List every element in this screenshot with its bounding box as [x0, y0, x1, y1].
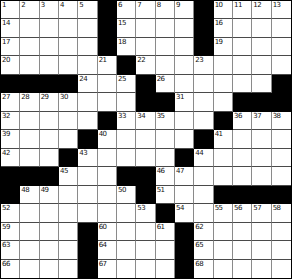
cell-r13c7[interactable] [117, 223, 136, 241]
cell-r5c10[interactable] [175, 75, 194, 93]
cell-r4c11[interactable]: 23 [194, 56, 213, 74]
cell-r9c13[interactable] [233, 149, 252, 167]
cell-r14c9[interactable] [156, 241, 175, 259]
crossword-board: 1234567891011121314151617181920212223242… [0, 0, 292, 279]
clue-number-49: 49 [41, 186, 49, 194]
black-square-r11c14 [252, 186, 271, 204]
cell-r4c3[interactable] [40, 56, 59, 74]
cell-r1c4[interactable]: 4 [59, 1, 78, 19]
cell-r8c6[interactable]: 40 [98, 130, 117, 148]
clue-number-19: 19 [215, 38, 223, 46]
cell-r10c10[interactable]: 47 [175, 167, 194, 185]
cell-r7c11[interactable] [194, 112, 213, 130]
cell-r8c14[interactable] [252, 130, 271, 148]
clue-number-47: 47 [176, 167, 184, 175]
cell-r13c11[interactable]: 62 [194, 223, 213, 241]
black-square-r8c11 [194, 130, 213, 148]
cell-r9c14[interactable] [252, 149, 271, 167]
cell-r12c5[interactable] [78, 204, 97, 222]
cell-r15c15[interactable] [272, 260, 291, 278]
cell-r7c9[interactable]: 35 [156, 112, 175, 130]
black-square-r8c5 [78, 130, 97, 148]
clue-number-4: 4 [60, 1, 64, 9]
cell-r5c7[interactable]: 25 [117, 75, 136, 93]
black-square-r11c12 [214, 186, 233, 204]
cell-r3c7[interactable]: 18 [117, 38, 136, 56]
cell-r3c4[interactable] [59, 38, 78, 56]
black-square-r1c11 [194, 1, 213, 19]
clue-number-11: 11 [234, 1, 242, 9]
cell-r11c9[interactable]: 51 [156, 186, 175, 204]
cell-r2c7[interactable]: 15 [117, 19, 136, 37]
cell-r3c14[interactable] [252, 38, 271, 56]
cell-r11c2[interactable]: 48 [20, 186, 39, 204]
cell-r3c13[interactable] [233, 38, 252, 56]
clue-number-31: 31 [176, 93, 184, 101]
cell-r2c1[interactable]: 14 [1, 19, 20, 37]
cell-r4c1[interactable]: 20 [1, 56, 20, 74]
clue-number-60: 60 [99, 223, 107, 231]
cell-r3c12[interactable]: 19 [214, 38, 233, 56]
cell-r10c11[interactable] [194, 167, 213, 185]
cell-r7c7[interactable]: 33 [117, 112, 136, 130]
cell-r1c15[interactable]: 13 [272, 1, 291, 19]
cell-r1c8[interactable]: 7 [136, 1, 155, 19]
cell-r8c8[interactable] [136, 130, 155, 148]
clue-number-13: 13 [273, 1, 281, 9]
cell-r3c3[interactable] [40, 38, 59, 56]
cell-r7c3[interactable] [40, 112, 59, 130]
cell-r10c6[interactable] [98, 167, 117, 185]
cell-r15c3[interactable] [40, 260, 59, 278]
black-square-r5c3 [40, 75, 59, 93]
cell-r6c5[interactable] [78, 93, 97, 111]
cell-r13c2[interactable] [20, 223, 39, 241]
cell-r4c4[interactable] [59, 56, 78, 74]
cell-r1c10[interactable]: 9 [175, 1, 194, 19]
cell-r6c10[interactable]: 31 [175, 93, 194, 111]
cell-r4c15[interactable] [272, 56, 291, 74]
cell-r2c15[interactable] [272, 19, 291, 37]
cell-r7c2[interactable] [20, 112, 39, 130]
cell-r10c12[interactable] [214, 167, 233, 185]
cell-r1c14[interactable]: 12 [252, 1, 271, 19]
black-square-r10c7 [117, 167, 136, 185]
clue-number-23: 23 [195, 56, 203, 64]
cell-r5c13[interactable] [233, 75, 252, 93]
cell-r6c7[interactable] [117, 93, 136, 111]
clue-number-48: 48 [21, 186, 29, 194]
cell-r8c10[interactable] [175, 130, 194, 148]
black-square-r9c10 [175, 149, 194, 167]
cell-r9c2[interactable] [20, 149, 39, 167]
cell-r14c15[interactable] [272, 241, 291, 259]
cell-r15c8[interactable] [136, 260, 155, 278]
clue-number-8: 8 [157, 1, 161, 9]
cell-r8c3[interactable] [40, 130, 59, 148]
black-square-r5c15 [272, 75, 291, 93]
cell-r12c10[interactable]: 54 [175, 204, 194, 222]
cell-r3c9[interactable] [156, 38, 175, 56]
cell-r7c8[interactable]: 34 [136, 112, 155, 130]
cell-r14c4[interactable] [59, 241, 78, 259]
clue-number-26: 26 [157, 75, 165, 83]
cell-r6c3[interactable]: 29 [40, 93, 59, 111]
clue-number-22: 22 [137, 56, 145, 64]
cell-r11c4[interactable] [59, 186, 78, 204]
cell-r4c13[interactable] [233, 56, 252, 74]
clue-number-15: 15 [118, 19, 126, 27]
cell-r8c12[interactable]: 41 [214, 130, 233, 148]
clue-number-64: 64 [99, 241, 107, 249]
cell-r5c9[interactable]: 26 [156, 75, 175, 93]
clue-number-42: 42 [2, 149, 10, 157]
cell-r7c1[interactable]: 32 [1, 112, 20, 130]
cell-r3c1[interactable]: 17 [1, 38, 20, 56]
cell-r2c13[interactable] [233, 19, 252, 37]
black-square-r7c6 [98, 112, 117, 130]
cell-r12c1[interactable]: 52 [1, 204, 20, 222]
cell-r7c4[interactable] [59, 112, 78, 130]
cell-r1c2[interactable]: 2 [20, 1, 39, 19]
cell-r9c9[interactable] [156, 149, 175, 167]
clue-number-65: 65 [195, 241, 203, 249]
black-square-r11c8 [136, 186, 155, 204]
cell-r2c12[interactable]: 16 [214, 19, 233, 37]
cell-r12c2[interactable] [20, 204, 39, 222]
black-square-r11c1 [1, 186, 20, 204]
cell-r8c15[interactable] [272, 130, 291, 148]
clue-number-66: 66 [2, 260, 10, 268]
cell-r9c11[interactable]: 44 [194, 149, 213, 167]
cell-r14c13[interactable] [233, 241, 252, 259]
cell-r12c12[interactable]: 55 [214, 204, 233, 222]
clue-number-12: 12 [253, 1, 261, 9]
cell-r14c14[interactable] [252, 241, 271, 259]
clue-number-5: 5 [79, 1, 83, 9]
black-square-r2c6 [98, 19, 117, 37]
cell-r11c7[interactable]: 50 [117, 186, 136, 204]
crossword-puzzle: 1234567891011121314151617181920212223242… [0, 0, 292, 279]
cell-r7c10[interactable] [175, 112, 194, 130]
cell-r12c6[interactable] [98, 204, 117, 222]
cell-r13c1[interactable]: 59 [1, 223, 20, 241]
cell-r12c8[interactable]: 53 [136, 204, 155, 222]
cell-r5c5[interactable]: 24 [78, 75, 97, 93]
cell-r8c4[interactable] [59, 130, 78, 148]
cell-r13c12[interactable] [214, 223, 233, 241]
clue-number-59: 59 [2, 223, 10, 231]
clue-number-17: 17 [2, 38, 10, 46]
cell-r5c14[interactable] [252, 75, 271, 93]
cell-r3c15[interactable] [272, 38, 291, 56]
cell-r12c14[interactable]: 57 [252, 204, 271, 222]
cell-r14c2[interactable] [20, 241, 39, 259]
black-square-r6c8 [136, 93, 155, 111]
cell-r10c13[interactable] [233, 167, 252, 185]
cell-r4c9[interactable] [156, 56, 175, 74]
clue-number-36: 36 [234, 112, 242, 120]
cell-r3c8[interactable] [136, 38, 155, 56]
cell-r12c13[interactable]: 56 [233, 204, 252, 222]
cell-r1c9[interactable]: 8 [156, 1, 175, 19]
clue-number-37: 37 [253, 112, 261, 120]
cell-r15c11[interactable]: 68 [194, 260, 213, 278]
cell-r2c5[interactable] [78, 19, 97, 37]
black-square-r12c9 [156, 204, 175, 222]
cell-r14c12[interactable] [214, 241, 233, 259]
cell-r12c3[interactable] [40, 204, 59, 222]
cell-r11c5[interactable] [78, 186, 97, 204]
clue-number-10: 10 [215, 1, 223, 9]
cell-r4c2[interactable] [20, 56, 39, 74]
clue-number-40: 40 [99, 130, 107, 138]
clue-number-1: 1 [2, 1, 6, 9]
black-square-r15c10 [175, 260, 194, 278]
clue-number-9: 9 [176, 1, 180, 9]
cell-r10c15[interactable] [272, 167, 291, 185]
cell-r15c6[interactable]: 67 [98, 260, 117, 278]
clue-number-21: 21 [99, 56, 107, 64]
clue-number-38: 38 [273, 112, 281, 120]
cell-r9c15[interactable] [272, 149, 291, 167]
cell-r7c5[interactable] [78, 112, 97, 130]
cell-r13c3[interactable] [40, 223, 59, 241]
cell-r10c5[interactable] [78, 167, 97, 185]
black-square-r4c7 [117, 56, 136, 74]
clue-number-34: 34 [137, 112, 145, 120]
cell-r1c12[interactable]: 10 [214, 1, 233, 19]
cell-r14c8[interactable] [136, 241, 155, 259]
clue-number-6: 6 [118, 1, 122, 9]
cell-r6c4[interactable]: 30 [59, 93, 78, 111]
cell-r8c7[interactable] [117, 130, 136, 148]
black-square-r6c9 [156, 93, 175, 111]
cell-r9c1[interactable]: 42 [1, 149, 20, 167]
cell-r7c14[interactable]: 37 [252, 112, 271, 130]
cell-r9c12[interactable] [214, 149, 233, 167]
cell-r5c12[interactable] [214, 75, 233, 93]
cell-r14c11[interactable]: 65 [194, 241, 213, 259]
clue-number-29: 29 [41, 93, 49, 101]
cell-r13c14[interactable] [252, 223, 271, 241]
clue-number-51: 51 [157, 186, 165, 194]
cell-r2c10[interactable] [175, 19, 194, 37]
clue-number-28: 28 [21, 93, 29, 101]
clue-number-25: 25 [118, 75, 126, 83]
cell-r11c11[interactable] [194, 186, 213, 204]
cell-r4c6[interactable]: 21 [98, 56, 117, 74]
cell-r1c3[interactable]: 3 [40, 1, 59, 19]
clue-number-58: 58 [273, 204, 281, 212]
clue-number-24: 24 [79, 75, 87, 83]
clue-number-53: 53 [137, 204, 145, 212]
clue-number-14: 14 [2, 19, 10, 27]
clue-number-68: 68 [195, 260, 203, 268]
cell-r4c8[interactable]: 22 [136, 56, 155, 74]
clue-number-46: 46 [157, 167, 165, 175]
black-square-r14c10 [175, 241, 194, 259]
black-square-r10c8 [136, 167, 155, 185]
cell-r8c1[interactable]: 39 [1, 130, 20, 148]
black-square-r6c14 [252, 93, 271, 111]
clue-number-30: 30 [60, 93, 68, 101]
clue-number-63: 63 [2, 241, 10, 249]
cell-r15c7[interactable] [117, 260, 136, 278]
cell-r10c14[interactable] [252, 167, 271, 185]
cell-r12c4[interactable] [59, 204, 78, 222]
cell-r12c7[interactable] [117, 204, 136, 222]
black-square-r13c10 [175, 223, 194, 241]
cell-r1c5[interactable]: 5 [78, 1, 97, 19]
cell-r1c7[interactable]: 6 [117, 1, 136, 19]
clue-number-61: 61 [157, 223, 165, 231]
clue-number-52: 52 [2, 204, 10, 212]
clue-number-57: 57 [253, 204, 261, 212]
cell-r15c9[interactable] [156, 260, 175, 278]
cell-r2c4[interactable] [59, 19, 78, 37]
cell-r2c14[interactable] [252, 19, 271, 37]
cell-r6c6[interactable] [98, 93, 117, 111]
clue-number-39: 39 [2, 130, 10, 138]
cell-r9c3[interactable] [40, 149, 59, 167]
black-square-r10c3 [40, 167, 59, 185]
cell-r9c7[interactable] [117, 149, 136, 167]
cell-r12c11[interactable] [194, 204, 213, 222]
black-square-r11c13 [233, 186, 252, 204]
cell-r8c9[interactable] [156, 130, 175, 148]
cell-r11c10[interactable] [175, 186, 194, 204]
cell-r4c14[interactable] [252, 56, 271, 74]
cell-r4c5[interactable] [78, 56, 97, 74]
cell-r5c6[interactable] [98, 75, 117, 93]
cell-r14c7[interactable] [117, 241, 136, 259]
cell-r15c2[interactable] [20, 260, 39, 278]
black-square-r10c1 [1, 167, 20, 185]
cell-r2c3[interactable] [40, 19, 59, 37]
clue-number-44: 44 [195, 149, 203, 157]
cell-r8c13[interactable] [233, 130, 252, 148]
clue-number-56: 56 [234, 204, 242, 212]
cell-r13c4[interactable] [59, 223, 78, 241]
clue-number-45: 45 [60, 167, 68, 175]
black-square-r5c8 [136, 75, 155, 93]
clue-number-27: 27 [2, 93, 10, 101]
black-square-r15c5 [78, 260, 97, 278]
cell-r11c3[interactable]: 49 [40, 186, 59, 204]
cell-r2c9[interactable] [156, 19, 175, 37]
clue-number-55: 55 [215, 204, 223, 212]
cell-r7c13[interactable]: 36 [233, 112, 252, 130]
cell-r13c6[interactable]: 60 [98, 223, 117, 241]
cell-r5c11[interactable] [194, 75, 213, 93]
clue-number-7: 7 [137, 1, 141, 9]
cell-r10c4[interactable]: 45 [59, 167, 78, 185]
cell-r15c4[interactable] [59, 260, 78, 278]
black-square-r1c6 [98, 1, 117, 19]
black-square-r3c6 [98, 38, 117, 56]
cell-r3c2[interactable] [20, 38, 39, 56]
black-square-r5c2 [20, 75, 39, 93]
cell-r12c15[interactable]: 58 [272, 204, 291, 222]
black-square-r13c5 [78, 223, 97, 241]
black-square-r5c1 [1, 75, 20, 93]
black-square-r10c2 [20, 167, 39, 185]
cell-r13c9[interactable]: 61 [156, 223, 175, 241]
cell-r6c11[interactable] [194, 93, 213, 111]
cell-r6c2[interactable]: 28 [20, 93, 39, 111]
clue-number-2: 2 [21, 1, 25, 9]
cell-r11c6[interactable] [98, 186, 117, 204]
black-square-r3c11 [194, 38, 213, 56]
clue-number-50: 50 [118, 186, 126, 194]
clue-number-35: 35 [157, 112, 165, 120]
cell-r4c10[interactable] [175, 56, 194, 74]
cell-r15c13[interactable] [233, 260, 252, 278]
clue-number-3: 3 [41, 1, 45, 9]
cell-r15c14[interactable] [252, 260, 271, 278]
cell-r3c5[interactable] [78, 38, 97, 56]
clue-number-33: 33 [118, 112, 126, 120]
cell-r13c15[interactable] [272, 223, 291, 241]
cell-r13c13[interactable] [233, 223, 252, 241]
black-square-r6c15 [272, 93, 291, 111]
cell-r3c10[interactable] [175, 38, 194, 56]
clue-number-18: 18 [118, 38, 126, 46]
clue-number-43: 43 [79, 149, 87, 157]
cell-r6c12[interactable] [214, 93, 233, 111]
black-square-r6c13 [233, 93, 252, 111]
black-square-r2c11 [194, 19, 213, 37]
clue-number-67: 67 [99, 260, 107, 268]
cell-r7c15[interactable]: 38 [272, 112, 291, 130]
cell-r2c8[interactable] [136, 19, 155, 37]
cell-r8c2[interactable] [20, 130, 39, 148]
cell-r14c3[interactable] [40, 241, 59, 259]
clue-number-32: 32 [2, 112, 10, 120]
black-square-r9c4 [59, 149, 78, 167]
clue-number-54: 54 [176, 204, 184, 212]
clue-number-20: 20 [2, 56, 10, 64]
black-square-r7c12 [214, 112, 233, 130]
cell-r9c8[interactable] [136, 149, 155, 167]
cell-r2c2[interactable] [20, 19, 39, 37]
cell-r14c6[interactable]: 64 [98, 241, 117, 259]
cell-r15c12[interactable] [214, 260, 233, 278]
cell-r14c1[interactable]: 63 [1, 241, 20, 259]
cell-r9c6[interactable] [98, 149, 117, 167]
cell-r6c1[interactable]: 27 [1, 93, 20, 111]
clue-number-41: 41 [215, 130, 223, 138]
cell-r15c1[interactable]: 66 [1, 260, 20, 278]
clue-number-16: 16 [215, 19, 223, 27]
cell-r1c1[interactable]: 1 [1, 1, 20, 19]
black-square-r11c15 [272, 186, 291, 204]
cell-r1c13[interactable]: 11 [233, 1, 252, 19]
cell-r9c5[interactable]: 43 [78, 149, 97, 167]
black-square-r14c5 [78, 241, 97, 259]
cell-r10c9[interactable]: 46 [156, 167, 175, 185]
black-square-r5c4 [59, 75, 78, 93]
cell-r13c8[interactable] [136, 223, 155, 241]
cell-r4c12[interactable] [214, 56, 233, 74]
clue-number-62: 62 [195, 223, 203, 231]
